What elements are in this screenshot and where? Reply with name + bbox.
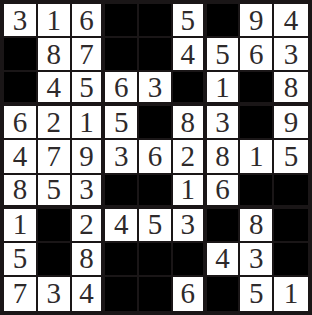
cell-r4c5[interactable] xyxy=(139,106,173,140)
digit: 7 xyxy=(13,279,28,308)
cell-r9c7[interactable] xyxy=(207,277,241,311)
cell-r4c1[interactable]: 6 xyxy=(4,106,38,140)
digit: 2 xyxy=(79,210,94,239)
digit: 6 xyxy=(79,6,94,35)
cell-r3c4[interactable]: 6 xyxy=(105,72,139,106)
sudoku-board: 3165948745634563186215839479362815853161… xyxy=(0,0,312,315)
cell-r3c7[interactable]: 1 xyxy=(207,72,241,106)
cell-r3c5[interactable]: 3 xyxy=(139,72,173,106)
cell-r6c2[interactable]: 5 xyxy=(38,175,72,209)
digit: 8 xyxy=(249,210,264,239)
digit: 2 xyxy=(46,108,61,137)
digit: 3 xyxy=(46,279,61,308)
digit: 9 xyxy=(79,142,94,171)
digit: 8 xyxy=(215,142,230,171)
cell-r9c9[interactable]: 1 xyxy=(274,277,308,311)
cell-r4c7[interactable]: 3 xyxy=(207,106,241,140)
cell-r3c3[interactable]: 5 xyxy=(72,72,106,106)
digit: 1 xyxy=(13,210,28,239)
cell-r2c7[interactable]: 5 xyxy=(207,38,241,72)
cell-r6c3[interactable]: 3 xyxy=(72,175,106,209)
digit: 3 xyxy=(114,142,129,171)
cell-r8c8[interactable]: 3 xyxy=(240,243,274,277)
cell-r4c2[interactable]: 2 xyxy=(38,106,72,140)
cell-r2c6[interactable]: 4 xyxy=(173,38,207,72)
digit: 8 xyxy=(79,244,94,273)
cell-r6c7[interactable]: 6 xyxy=(207,175,241,209)
cell-r9c8[interactable]: 5 xyxy=(240,277,274,311)
cell-r8c2[interactable] xyxy=(38,243,72,277)
cell-r5c5[interactable]: 6 xyxy=(139,140,173,174)
cell-r5c4[interactable]: 3 xyxy=(105,140,139,174)
digit: 3 xyxy=(181,210,196,239)
cell-r6c8[interactable] xyxy=(240,175,274,209)
cell-r5c7[interactable]: 8 xyxy=(207,140,241,174)
cell-r7c8[interactable]: 8 xyxy=(240,209,274,243)
digit: 4 xyxy=(13,142,28,171)
cell-r4c8[interactable] xyxy=(240,106,274,140)
cell-r3c9[interactable]: 8 xyxy=(274,72,308,106)
cell-r9c3[interactable]: 4 xyxy=(72,277,106,311)
digit: 3 xyxy=(148,73,163,102)
cell-r6c9[interactable] xyxy=(274,175,308,209)
cell-r7c4[interactable]: 4 xyxy=(105,209,139,243)
cell-r8c7[interactable]: 4 xyxy=(207,243,241,277)
cell-r1c4[interactable] xyxy=(105,4,139,38)
cell-r6c4[interactable] xyxy=(105,175,139,209)
digit: 6 xyxy=(13,108,28,137)
digit: 5 xyxy=(249,279,264,308)
digit: 4 xyxy=(114,210,129,239)
digit: 5 xyxy=(79,73,94,102)
cell-r2c3[interactable]: 7 xyxy=(72,38,106,72)
digit: 4 xyxy=(46,73,61,102)
digit: 8 xyxy=(13,175,28,204)
digit: 5 xyxy=(148,210,163,239)
cell-r2c2[interactable]: 8 xyxy=(38,38,72,72)
digit: 8 xyxy=(181,108,196,137)
cell-r5c6[interactable]: 2 xyxy=(173,140,207,174)
cell-r9c2[interactable]: 3 xyxy=(38,277,72,311)
cell-r2c8[interactable]: 6 xyxy=(240,38,274,72)
digit: 9 xyxy=(249,6,264,35)
cell-r6c6[interactable]: 1 xyxy=(173,175,207,209)
cell-r9c1[interactable]: 7 xyxy=(4,277,38,311)
cell-r7c5[interactable]: 5 xyxy=(139,209,173,243)
cell-r7c9[interactable] xyxy=(274,209,308,243)
cell-r7c6[interactable]: 3 xyxy=(173,209,207,243)
digit: 2 xyxy=(181,142,196,171)
cell-r8c3[interactable]: 8 xyxy=(72,243,106,277)
digit: 5 xyxy=(13,244,28,273)
cell-r7c1[interactable]: 1 xyxy=(4,209,38,243)
digit: 3 xyxy=(284,40,299,69)
cell-r9c4[interactable] xyxy=(105,277,139,311)
digit: 5 xyxy=(215,40,230,69)
digit: 4 xyxy=(181,40,196,69)
cell-r1c3[interactable]: 6 xyxy=(72,4,106,38)
digit: 7 xyxy=(46,142,61,171)
digit: 1 xyxy=(181,175,196,204)
digit: 3 xyxy=(79,175,94,204)
cell-r1c8[interactable]: 9 xyxy=(240,4,274,38)
cell-r7c7[interactable] xyxy=(207,209,241,243)
digit: 3 xyxy=(215,108,230,137)
cell-r2c1[interactable] xyxy=(4,38,38,72)
digit: 8 xyxy=(46,40,61,69)
digit: 6 xyxy=(215,175,230,204)
cell-r4c6[interactable]: 8 xyxy=(173,106,207,140)
digit: 1 xyxy=(46,6,61,35)
cell-r4c3[interactable]: 1 xyxy=(72,106,106,140)
cell-r1c9[interactable]: 4 xyxy=(274,4,308,38)
digit: 6 xyxy=(249,40,264,69)
cell-r8c6[interactable] xyxy=(173,243,207,277)
digit: 6 xyxy=(148,142,163,171)
cell-r2c5[interactable] xyxy=(139,38,173,72)
digit: 5 xyxy=(181,6,196,35)
cell-r3c1[interactable] xyxy=(4,72,38,106)
digit: 5 xyxy=(114,108,129,137)
cell-r1c2[interactable]: 1 xyxy=(38,4,72,38)
cell-r3c2[interactable]: 4 xyxy=(38,72,72,106)
digit: 9 xyxy=(284,108,299,137)
cell-r4c4[interactable]: 5 xyxy=(105,106,139,140)
digit: 6 xyxy=(114,73,129,102)
digit: 4 xyxy=(215,244,230,273)
cell-r1c6[interactable]: 5 xyxy=(173,4,207,38)
cell-r7c3[interactable]: 2 xyxy=(72,209,106,243)
cell-r9c5[interactable] xyxy=(139,277,173,311)
digit: 4 xyxy=(79,279,94,308)
digit: 4 xyxy=(284,6,299,35)
digit: 7 xyxy=(79,40,94,69)
digit: 1 xyxy=(215,73,230,102)
digit: 5 xyxy=(46,175,61,204)
digit: 5 xyxy=(284,142,299,171)
cell-r1c1[interactable]: 3 xyxy=(4,4,38,38)
digit: 3 xyxy=(13,6,28,35)
cell-r2c9[interactable]: 3 xyxy=(274,38,308,72)
cell-r7c2[interactable] xyxy=(38,209,72,243)
cell-r8c4[interactable] xyxy=(105,243,139,277)
cell-r1c5[interactable] xyxy=(139,4,173,38)
cell-r5c8[interactable]: 1 xyxy=(240,140,274,174)
cell-r5c3[interactable]: 9 xyxy=(72,140,106,174)
digit: 8 xyxy=(284,73,299,102)
cell-r5c2[interactable]: 7 xyxy=(38,140,72,174)
cell-r9c6[interactable]: 6 xyxy=(173,277,207,311)
cell-r8c1[interactable]: 5 xyxy=(4,243,38,277)
cell-r6c5[interactable] xyxy=(139,175,173,209)
digit: 1 xyxy=(249,142,264,171)
digit: 1 xyxy=(284,279,299,308)
cell-r2c4[interactable] xyxy=(105,38,139,72)
cell-r4c9[interactable]: 9 xyxy=(274,106,308,140)
cell-r3c8[interactable] xyxy=(240,72,274,106)
cell-r5c1[interactable]: 4 xyxy=(4,140,38,174)
digit: 3 xyxy=(249,244,264,273)
cell-r8c5[interactable] xyxy=(139,243,173,277)
cell-r6c1[interactable]: 8 xyxy=(4,175,38,209)
digit: 1 xyxy=(79,108,94,137)
digit: 6 xyxy=(181,279,196,308)
cell-r5c9[interactable]: 5 xyxy=(274,140,308,174)
cell-r8c9[interactable] xyxy=(274,243,308,277)
cell-r3c6[interactable] xyxy=(173,72,207,106)
cell-r1c7[interactable] xyxy=(207,4,241,38)
